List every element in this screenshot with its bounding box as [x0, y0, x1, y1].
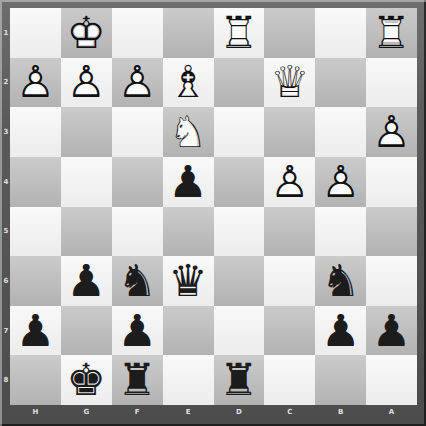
square-b6[interactable]: ♞	[315, 256, 366, 306]
square-g3[interactable]	[61, 107, 112, 157]
white-piece-outline-glyph: ♔	[61, 8, 112, 58]
file-label-d: D	[214, 405, 265, 418]
piece-white-rook[interactable]: ♜♖	[214, 8, 265, 58]
square-e2[interactable]: ♝♗	[163, 58, 214, 108]
square-e1[interactable]	[163, 8, 214, 58]
white-piece-outline-glyph: ♗	[163, 58, 214, 108]
square-a1[interactable]: ♜♖	[366, 8, 417, 58]
square-d4[interactable]	[214, 157, 265, 207]
piece-white-pawn[interactable]: ♟♙	[366, 107, 417, 157]
square-c8[interactable]	[264, 355, 315, 405]
black-piece-glyph: ♞	[112, 256, 163, 306]
square-b8[interactable]	[315, 355, 366, 405]
square-e8[interactable]	[163, 355, 214, 405]
black-piece-glyph: ♟	[112, 306, 163, 356]
square-c5[interactable]	[264, 207, 315, 257]
square-f3[interactable]	[112, 107, 163, 157]
square-g4[interactable]	[61, 157, 112, 207]
piece-black-knight[interactable]: ♞	[112, 256, 163, 306]
piece-white-rook[interactable]: ♜♖	[366, 8, 417, 58]
square-d3[interactable]	[214, 107, 265, 157]
square-g1[interactable]: ♚♔	[61, 8, 112, 58]
white-piece-outline-glyph: ♙	[61, 58, 112, 108]
piece-white-pawn[interactable]: ♟♙	[315, 157, 366, 207]
square-f1[interactable]	[112, 8, 163, 58]
black-piece-glyph: ♟	[366, 306, 417, 356]
square-h5[interactable]	[10, 207, 61, 257]
black-piece-glyph: ♟	[315, 306, 366, 356]
piece-black-rook[interactable]: ♜	[214, 355, 265, 405]
square-c2[interactable]: ♛♕	[264, 58, 315, 108]
square-b4[interactable]: ♟♙	[315, 157, 366, 207]
square-d2[interactable]	[214, 58, 265, 108]
white-piece-outline-glyph: ♕	[264, 58, 315, 108]
file-label-f: F	[112, 405, 163, 418]
square-a8[interactable]	[366, 355, 417, 405]
square-d6[interactable]	[214, 256, 265, 306]
black-piece-glyph: ♛	[163, 256, 214, 306]
piece-black-pawn[interactable]: ♟	[163, 157, 214, 207]
square-f2[interactable]: ♟♙	[112, 58, 163, 108]
piece-black-pawn[interactable]: ♟	[10, 306, 61, 356]
file-label-e: E	[163, 405, 214, 418]
square-a6[interactable]	[366, 256, 417, 306]
square-e7[interactable]	[163, 306, 214, 356]
square-a4[interactable]	[366, 157, 417, 207]
square-a5[interactable]	[366, 207, 417, 257]
square-f8[interactable]: ♜	[112, 355, 163, 405]
square-g6[interactable]: ♟	[61, 256, 112, 306]
white-piece-outline-glyph: ♖	[366, 8, 417, 58]
piece-white-pawn[interactable]: ♟♙	[10, 58, 61, 108]
square-g7[interactable]	[61, 306, 112, 356]
piece-black-rook[interactable]: ♜	[112, 355, 163, 405]
square-h6[interactable]	[10, 256, 61, 306]
rank-label-7: 7	[0, 306, 10, 356]
rank-label-4: 4	[0, 157, 10, 207]
file-label-b: B	[315, 405, 366, 418]
white-piece-outline-glyph: ♙	[366, 107, 417, 157]
square-a3[interactable]: ♟♙	[366, 107, 417, 157]
piece-white-pawn[interactable]: ♟♙	[112, 58, 163, 108]
square-e4[interactable]: ♟	[163, 157, 214, 207]
piece-black-pawn[interactable]: ♟	[112, 306, 163, 356]
square-b7[interactable]: ♟	[315, 306, 366, 356]
rank-label-1: 1	[0, 8, 10, 58]
piece-white-bishop[interactable]: ♝♗	[163, 58, 214, 108]
rank-label-6: 6	[0, 256, 10, 306]
square-g2[interactable]: ♟♙	[61, 58, 112, 108]
piece-black-pawn[interactable]: ♟	[366, 306, 417, 356]
square-b1[interactable]	[315, 8, 366, 58]
piece-white-queen[interactable]: ♛♕	[264, 58, 315, 108]
file-label-h: H	[10, 405, 61, 418]
file-label-g: G	[61, 405, 112, 418]
square-b5[interactable]	[315, 207, 366, 257]
piece-black-knight[interactable]: ♞	[315, 256, 366, 306]
file-label-c: C	[264, 405, 315, 418]
white-piece-outline-glyph: ♙	[264, 157, 315, 207]
file-label-a: A	[366, 405, 417, 418]
piece-black-queen[interactable]: ♛	[163, 256, 214, 306]
piece-black-pawn[interactable]: ♟	[315, 306, 366, 356]
rank-label-2: 2	[0, 58, 10, 108]
black-piece-glyph: ♞	[315, 256, 366, 306]
square-d5[interactable]	[214, 207, 265, 257]
rank-labels: 12345678	[0, 8, 10, 405]
square-d8[interactable]: ♜	[214, 355, 265, 405]
square-a2[interactable]	[366, 58, 417, 108]
rank-label-3: 3	[0, 107, 10, 157]
piece-black-pawn[interactable]: ♟	[61, 256, 112, 306]
square-h7[interactable]: ♟	[10, 306, 61, 356]
square-h8[interactable]	[10, 355, 61, 405]
white-piece-outline-glyph: ♙	[112, 58, 163, 108]
square-c1[interactable]	[264, 8, 315, 58]
square-e3[interactable]: ♞♘	[163, 107, 214, 157]
chessboard-frame: 12345678 HGFEDCBA ♚♔♜♖♜♖♟♙♟♙♟♙♝♗♛♕♞♘♟♙♟♟…	[0, 0, 426, 426]
square-f5[interactable]	[112, 207, 163, 257]
white-piece-outline-glyph: ♘	[163, 107, 214, 157]
square-h1[interactable]	[10, 8, 61, 58]
white-piece-outline-glyph: ♖	[214, 8, 265, 58]
black-piece-glyph: ♚	[61, 355, 112, 405]
square-g5[interactable]	[61, 207, 112, 257]
square-a7[interactable]: ♟	[366, 306, 417, 356]
white-piece-outline-glyph: ♙	[315, 157, 366, 207]
black-piece-glyph: ♜	[112, 355, 163, 405]
square-f6[interactable]: ♞	[112, 256, 163, 306]
square-b3[interactable]	[315, 107, 366, 157]
black-piece-glyph: ♟	[61, 256, 112, 306]
rank-label-5: 5	[0, 207, 10, 257]
black-piece-glyph: ♜	[214, 355, 265, 405]
piece-white-knight[interactable]: ♞♘	[163, 107, 214, 157]
square-b2[interactable]	[315, 58, 366, 108]
file-labels: HGFEDCBA	[10, 405, 417, 418]
square-h3[interactable]	[10, 107, 61, 157]
rank-label-8: 8	[0, 355, 10, 405]
piece-white-pawn[interactable]: ♟♙	[264, 157, 315, 207]
square-d1[interactable]: ♜♖	[214, 8, 265, 58]
square-c3[interactable]	[264, 107, 315, 157]
square-g8[interactable]: ♚	[61, 355, 112, 405]
square-e5[interactable]	[163, 207, 214, 257]
square-f7[interactable]: ♟	[112, 306, 163, 356]
square-h2[interactable]: ♟♙	[10, 58, 61, 108]
square-c7[interactable]	[264, 306, 315, 356]
chess-board[interactable]: ♚♔♜♖♜♖♟♙♟♙♟♙♝♗♛♕♞♘♟♙♟♟♙♟♙♟♞♛♞♟♟♟♟♚♜♜	[10, 8, 417, 405]
square-d7[interactable]	[214, 306, 265, 356]
piece-white-pawn[interactable]: ♟♙	[61, 58, 112, 108]
square-h4[interactable]	[10, 157, 61, 207]
square-e6[interactable]: ♛	[163, 256, 214, 306]
piece-white-king[interactable]: ♚♔	[61, 8, 112, 58]
square-f4[interactable]	[112, 157, 163, 207]
white-piece-outline-glyph: ♙	[10, 58, 61, 108]
square-c6[interactable]	[264, 256, 315, 306]
piece-black-king[interactable]: ♚	[61, 355, 112, 405]
black-piece-glyph: ♟	[10, 306, 61, 356]
black-piece-glyph: ♟	[163, 157, 214, 207]
square-c4[interactable]: ♟♙	[264, 157, 315, 207]
